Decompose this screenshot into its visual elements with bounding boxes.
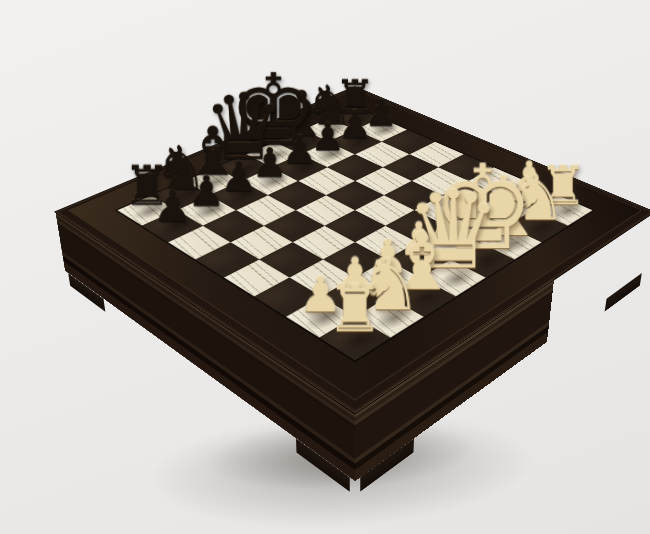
- scene-3d: ♜♞♝♛♚♝♞♜♟♟♟♟♟♟♟♟♟♟♟♟♟♟♟♟♜♞♝♛♚♝♞♜: [0, 0, 650, 534]
- square-a1: ♜: [320, 317, 391, 361]
- piece-white-rook: ♜: [326, 277, 384, 341]
- photo-stage: ♜♞♝♛♚♝♞♜♟♟♟♟♟♟♟♟♟♟♟♟♟♟♟♟♜♞♝♛♚♝♞♜: [0, 0, 650, 534]
- chess-board: ♜♞♝♛♚♝♞♜♟♟♟♟♟♟♟♟♟♟♟♟♟♟♟♟♜♞♝♛♚♝♞♜: [69, 90, 641, 399]
- board-foot: [605, 273, 642, 312]
- board-foot: [68, 273, 105, 312]
- board-foot: [296, 438, 350, 491]
- piece-black-pawn: ♟: [220, 157, 257, 198]
- board-foot: [360, 438, 414, 491]
- piece-black-pawn: ♟: [188, 171, 226, 213]
- piece-black-pawn: ♟: [153, 185, 192, 228]
